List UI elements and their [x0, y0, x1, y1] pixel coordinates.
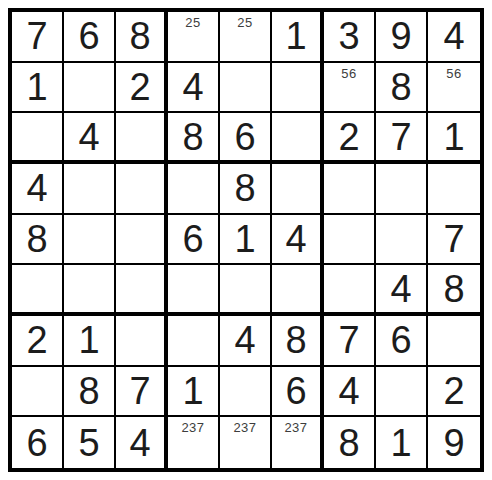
digit: 4 [182, 68, 203, 106]
cell-r8c7[interactable]: 4 [324, 367, 376, 418]
cell-r3c9[interactable]: 1 [428, 113, 480, 164]
digit: 2 [443, 372, 464, 410]
page: 7682525139412456856486271488614748214876… [0, 0, 492, 480]
digit: 6 [26, 424, 47, 462]
pencil-marks: 25 [220, 16, 270, 29]
digit: 2 [26, 321, 47, 359]
digit: 8 [26, 220, 47, 258]
digit: 4 [285, 220, 306, 258]
cell-r6c6[interactable] [272, 265, 324, 316]
pencil-marks: 56 [324, 67, 374, 80]
digit: 4 [338, 372, 359, 410]
cell-r6c7[interactable] [324, 265, 376, 316]
cell-r1c3[interactable]: 8 [116, 12, 168, 63]
pencil-marks: 237 [168, 421, 218, 434]
cell-r2c8[interactable]: 8 [376, 63, 428, 114]
cell-r5c8[interactable] [376, 215, 428, 266]
digit: 4 [234, 321, 255, 359]
digit: 1 [182, 372, 203, 410]
cell-r4c9[interactable] [428, 164, 480, 215]
cell-r2c6[interactable] [272, 63, 324, 114]
cell-r7c5[interactable]: 4 [220, 316, 272, 367]
sudoku-board: 7682525139412456856486271488614748214876… [8, 8, 484, 472]
digit: 6 [390, 321, 411, 359]
cell-r4c6[interactable] [272, 164, 324, 215]
cell-r8c2[interactable]: 8 [64, 367, 116, 418]
digit: 9 [390, 17, 411, 55]
cell-r2c1[interactable]: 1 [12, 63, 64, 114]
cell-r2c2[interactable] [64, 63, 116, 114]
digit: 6 [285, 372, 306, 410]
cell-r5c4[interactable]: 6 [168, 215, 220, 266]
digit: 8 [443, 270, 464, 308]
cell-r7c1[interactable]: 2 [12, 316, 64, 367]
cell-r1c7[interactable]: 3 [324, 12, 376, 63]
cell-r6c1[interactable] [12, 265, 64, 316]
pencil-marks: 56 [428, 67, 480, 80]
digit: 6 [78, 17, 99, 55]
cell-r7c2[interactable]: 1 [64, 316, 116, 367]
digit: 6 [234, 118, 255, 156]
digit: 4 [390, 270, 411, 308]
digit: 8 [78, 372, 99, 410]
cell-r7c8[interactable]: 6 [376, 316, 428, 367]
digit: 5 [78, 424, 99, 462]
cell-r4c4[interactable] [168, 164, 220, 215]
cell-r1c5[interactable]: 25 [220, 12, 272, 63]
cell-r5c5[interactable]: 1 [220, 215, 272, 266]
cell-r2c4[interactable]: 4 [168, 63, 220, 114]
cell-r2c3[interactable]: 2 [116, 63, 168, 114]
cell-r8c9[interactable]: 2 [428, 367, 480, 418]
cell-r5c9[interactable]: 7 [428, 215, 480, 266]
digit: 8 [234, 169, 255, 207]
pencil-marks: 237 [220, 421, 270, 434]
cell-r8c5[interactable] [220, 367, 272, 418]
digit: 9 [443, 424, 464, 462]
cell-r3c6[interactable] [272, 113, 324, 164]
cell-r3c2[interactable]: 4 [64, 113, 116, 164]
digit: 8 [182, 118, 203, 156]
cell-r6c5[interactable] [220, 265, 272, 316]
digit: 1 [390, 424, 411, 462]
cell-r2c7[interactable]: 56 [324, 63, 376, 114]
cell-r7c3[interactable] [116, 316, 168, 367]
cell-r6c2[interactable] [64, 265, 116, 316]
cell-r6c8[interactable]: 4 [376, 265, 428, 316]
cell-r6c3[interactable] [116, 265, 168, 316]
cell-r7c7[interactable]: 7 [324, 316, 376, 367]
cell-r8c1[interactable] [12, 367, 64, 418]
digit: 8 [129, 17, 150, 55]
digit: 6 [182, 220, 203, 258]
cell-r3c8[interactable]: 7 [376, 113, 428, 164]
cell-r1c2[interactable]: 6 [64, 12, 116, 63]
cell-r6c9[interactable]: 8 [428, 265, 480, 316]
digit: 8 [338, 424, 359, 462]
digit: 3 [338, 17, 359, 55]
cell-r9c1[interactable]: 6 [12, 417, 64, 468]
cell-r4c8[interactable] [376, 164, 428, 215]
pencil-marks: 25 [168, 16, 218, 29]
cell-r3c5[interactable]: 6 [220, 113, 272, 164]
cell-r1c4[interactable]: 25 [168, 12, 220, 63]
digit: 8 [285, 321, 306, 359]
cell-r5c6[interactable]: 4 [272, 215, 324, 266]
digit: 7 [338, 321, 359, 359]
cell-r7c4[interactable] [168, 316, 220, 367]
digit: 1 [26, 68, 47, 106]
cell-r9c5[interactable]: 237 [220, 417, 272, 468]
cell-r4c3[interactable] [116, 164, 168, 215]
cell-r8c4[interactable]: 1 [168, 367, 220, 418]
cell-r9c6[interactable]: 237 [272, 417, 324, 468]
digit: 7 [129, 372, 150, 410]
digit: 7 [443, 220, 464, 258]
cell-r3c4[interactable]: 8 [168, 113, 220, 164]
digit: 1 [443, 118, 464, 156]
cell-r1c8[interactable]: 9 [376, 12, 428, 63]
cell-r9c3[interactable]: 4 [116, 417, 168, 468]
cell-r7c9[interactable] [428, 316, 480, 367]
cell-r2c5[interactable] [220, 63, 272, 114]
cell-r5c7[interactable] [324, 215, 376, 266]
cell-r7c6[interactable]: 8 [272, 316, 324, 367]
pencil-marks: 237 [272, 421, 320, 434]
digit: 1 [78, 321, 99, 359]
cell-r4c2[interactable] [64, 164, 116, 215]
cell-r9c7[interactable]: 8 [324, 417, 376, 468]
digit: 4 [26, 169, 47, 207]
cell-r6c4[interactable] [168, 265, 220, 316]
digit: 2 [338, 118, 359, 156]
cell-r4c5[interactable]: 8 [220, 164, 272, 215]
cell-r1c9[interactable]: 4 [428, 12, 480, 63]
cell-r9c8[interactable]: 1 [376, 417, 428, 468]
cell-r8c6[interactable]: 6 [272, 367, 324, 418]
cell-r2c9[interactable]: 56 [428, 63, 480, 114]
digit: 8 [390, 68, 411, 106]
cell-r4c1[interactable]: 4 [12, 164, 64, 215]
digit: 2 [129, 68, 150, 106]
cell-r3c1[interactable] [12, 113, 64, 164]
digit: 4 [443, 17, 464, 55]
digit: 7 [390, 118, 411, 156]
digit: 4 [129, 424, 150, 462]
digit: 1 [285, 17, 306, 55]
cell-r1c6[interactable]: 1 [272, 12, 324, 63]
cell-r8c8[interactable] [376, 367, 428, 418]
cell-r3c7[interactable]: 2 [324, 113, 376, 164]
digit: 1 [234, 220, 255, 258]
digit: 7 [26, 17, 47, 55]
cell-r9c9[interactable]: 9 [428, 417, 480, 468]
cell-r4c7[interactable] [324, 164, 376, 215]
cell-r3c3[interactable] [116, 113, 168, 164]
cell-r5c3[interactable] [116, 215, 168, 266]
cell-r8c3[interactable]: 7 [116, 367, 168, 418]
cell-r9c2[interactable]: 5 [64, 417, 116, 468]
cell-r5c2[interactable] [64, 215, 116, 266]
digit: 4 [78, 118, 99, 156]
cell-r1c1[interactable]: 7 [12, 12, 64, 63]
cell-r5c1[interactable]: 8 [12, 215, 64, 266]
cell-r9c4[interactable]: 237 [168, 417, 220, 468]
